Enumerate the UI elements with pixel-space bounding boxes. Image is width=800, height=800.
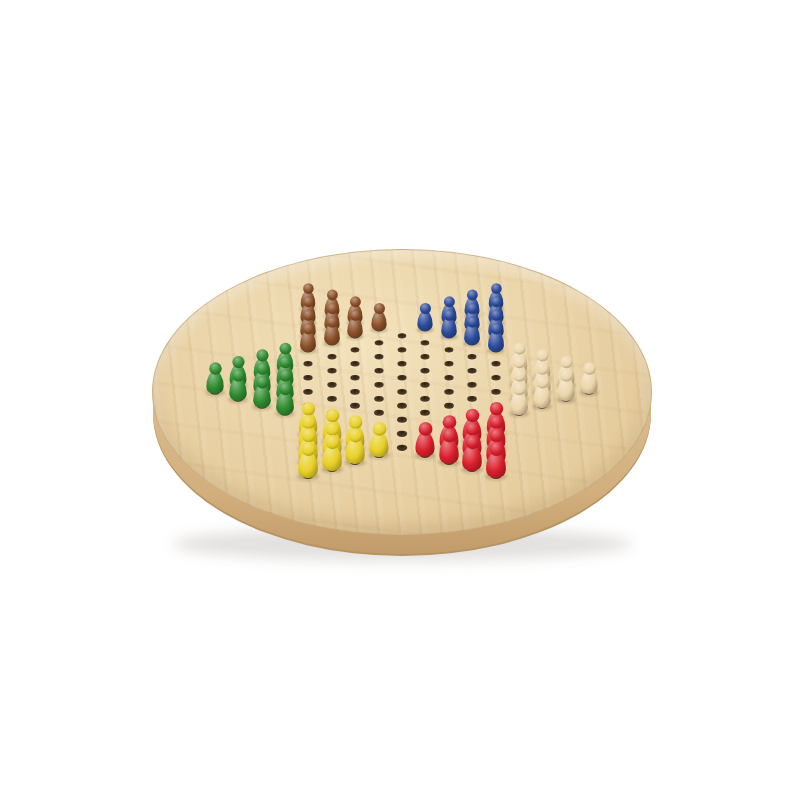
peg-blue[interactable] [464, 316, 480, 345]
red-peg-head [465, 409, 479, 423]
natural-peg-head [559, 369, 572, 382]
peg-red[interactable] [486, 442, 506, 478]
board-hole[interactable] [444, 361, 453, 367]
peg-natural[interactable] [580, 362, 597, 394]
green-peg-head [209, 362, 221, 374]
chinese-checkers-photo [0, 0, 800, 800]
natural-peg-head [583, 362, 595, 374]
board-hole[interactable] [491, 375, 500, 381]
yellow-peg-head [325, 435, 339, 449]
brown-peg-head [326, 303, 337, 314]
yellow-peg-head [348, 416, 362, 430]
peg-brown[interactable] [324, 316, 340, 345]
brown-peg-head [303, 283, 314, 294]
peg-green[interactable] [230, 369, 247, 401]
red-peg-head [465, 435, 479, 449]
natural-peg-head [512, 382, 525, 395]
green-peg-head [255, 376, 268, 389]
brown-peg-head [326, 289, 337, 300]
peg-brown[interactable] [347, 309, 362, 337]
green-peg-head [256, 349, 268, 361]
green-peg-head [232, 356, 244, 368]
peg-natural[interactable] [557, 369, 574, 401]
yellow-peg-head [325, 409, 339, 423]
peg-brown[interactable] [371, 303, 386, 331]
natural-peg-head [536, 376, 549, 389]
blue-peg-head [490, 309, 501, 320]
natural-peg-head [536, 349, 548, 361]
brown-peg-head [303, 323, 314, 334]
peg-natural[interactable] [510, 382, 528, 415]
red-peg-head [442, 429, 456, 443]
yellow-peg-head [302, 416, 316, 430]
peg-yellow[interactable] [369, 422, 388, 457]
peg-red[interactable] [439, 429, 458, 465]
blue-peg-head [466, 316, 477, 327]
green-peg-head [232, 369, 245, 382]
green-peg-head [279, 369, 292, 382]
peg-brown[interactable] [301, 323, 317, 352]
brown-peg-head [373, 303, 384, 314]
yellow-peg-head [301, 429, 315, 443]
green-peg-head [279, 343, 291, 355]
peg-red[interactable] [462, 435, 482, 471]
green-peg-head [279, 382, 292, 395]
yellow-peg-head [348, 429, 362, 443]
brown-peg-head [303, 296, 314, 307]
red-peg-head [465, 422, 479, 436]
peg-natural[interactable] [533, 376, 551, 408]
board-hole[interactable] [444, 347, 453, 353]
peg-green[interactable] [276, 382, 294, 415]
peg-red[interactable] [416, 422, 435, 457]
board-hole[interactable] [327, 354, 336, 360]
board-hole[interactable] [491, 361, 500, 367]
brown-peg-head [326, 316, 337, 327]
brown-peg-head [350, 296, 361, 307]
peg-yellow[interactable] [322, 435, 342, 471]
peg-blue[interactable] [441, 309, 456, 337]
natural-peg-head [513, 343, 525, 355]
blue-peg-head [467, 289, 478, 300]
peg-yellow[interactable] [299, 442, 319, 478]
blue-peg-head [443, 309, 454, 320]
brown-peg-head [350, 309, 361, 320]
blue-peg-head [490, 283, 501, 294]
peg-green[interactable] [206, 362, 223, 394]
natural-peg-head [513, 369, 526, 382]
red-peg-head [489, 402, 502, 415]
natural-peg-head [560, 356, 572, 368]
peg-green[interactable] [253, 376, 271, 408]
board-hole[interactable] [374, 382, 383, 388]
board-hole[interactable] [374, 340, 383, 346]
natural-peg-head [513, 356, 525, 368]
blue-peg-head [490, 296, 501, 307]
red-peg-head [442, 416, 456, 430]
yellow-peg-head [372, 422, 386, 436]
blue-peg-head [420, 303, 431, 314]
peg-yellow[interactable] [346, 429, 365, 465]
natural-peg-head [536, 362, 548, 374]
peg-blue[interactable] [418, 303, 433, 331]
blue-peg-head [443, 296, 454, 307]
red-peg-head [418, 422, 432, 436]
blue-peg-head [490, 323, 501, 334]
brown-peg-head [303, 309, 314, 320]
green-peg-head [279, 356, 291, 368]
blue-peg-head [467, 303, 478, 314]
green-peg-head [255, 362, 267, 374]
yellow-peg-head [325, 422, 339, 436]
board-hole[interactable] [374, 354, 383, 360]
yellow-peg-head [302, 402, 315, 415]
board-hole[interactable] [491, 389, 501, 395]
board-hole[interactable] [374, 368, 383, 374]
peg-blue[interactable] [488, 323, 504, 352]
